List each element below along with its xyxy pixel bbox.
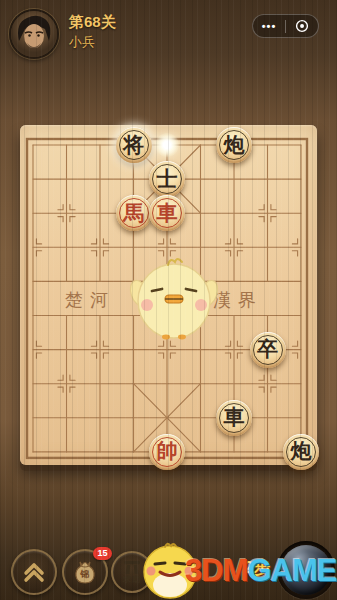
bag-character: 锦 <box>64 568 106 581</box>
xiangqi-piece-black-炮[interactable]: 炮 <box>283 434 319 470</box>
watermark-left: 3DM <box>185 553 247 588</box>
avatar[interactable] <box>9 9 59 59</box>
rank-label: 小兵 <box>69 33 95 51</box>
more-button[interactable]: ••• <box>253 16 285 36</box>
hint-count-badge: 15 <box>93 547 112 560</box>
hint-sparkle <box>155 133 179 157</box>
avatar-portrait <box>11 11 57 57</box>
level-label: 第68关 <box>69 13 116 32</box>
xiangqi-piece-black-卒[interactable]: 卒 <box>250 332 286 368</box>
xiangqi-piece-red-馬[interactable]: 馬 <box>116 195 152 231</box>
app-screen: 第68关 小兵 ••• 楚河 漢界 <box>0 0 337 600</box>
watermark-right: GAME <box>247 553 336 588</box>
chevron-up-icon <box>21 560 47 584</box>
hint-bag-button[interactable]: 锦 15 <box>62 549 108 595</box>
wechat-capsule: ••• <box>252 14 319 38</box>
pieces-layer: 将炮士馬車卒車帥炮 <box>20 125 317 465</box>
xiangqi-piece-red-帥[interactable]: 帥 <box>149 434 185 470</box>
home-button[interactable] <box>286 19 318 33</box>
xiangqi-piece-red-車[interactable]: 車 <box>149 195 185 231</box>
xiangqi-piece-black-炮[interactable]: 炮 <box>216 127 252 163</box>
xiangqi-piece-black-車[interactable]: 車 <box>216 400 252 436</box>
xiangqi-piece-black-将[interactable]: 将 <box>116 127 152 163</box>
xiangqi-board[interactable]: 楚河 漢界 将炮士馬車卒車帥炮 <box>20 125 317 465</box>
xiangqi-piece-black-士[interactable]: 士 <box>149 161 185 197</box>
target-icon <box>295 19 309 33</box>
menu-button[interactable] <box>11 549 57 595</box>
watermark: 3DMGAME <box>185 553 336 589</box>
